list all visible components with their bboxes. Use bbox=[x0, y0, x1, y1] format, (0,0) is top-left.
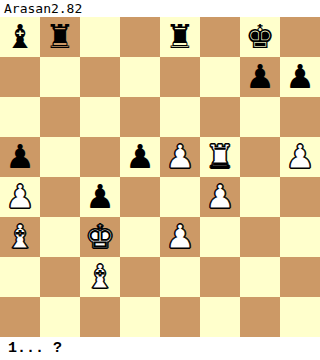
square-e4[interactable] bbox=[160, 177, 200, 217]
chess-board: ♝♜♜♚♟♟♟♟♟♜♟♟♟♟♝♚♟♝ bbox=[0, 17, 320, 337]
square-c8[interactable] bbox=[80, 17, 120, 57]
square-c7[interactable] bbox=[80, 57, 120, 97]
piece-black-rook-e8[interactable]: ♜ bbox=[165, 17, 195, 57]
square-f6[interactable] bbox=[200, 97, 240, 137]
square-c1[interactable] bbox=[80, 297, 120, 337]
square-f7[interactable] bbox=[200, 57, 240, 97]
square-a6[interactable] bbox=[0, 97, 40, 137]
square-c3[interactable]: ♚ bbox=[80, 217, 120, 257]
square-h7[interactable]: ♟ bbox=[280, 57, 320, 97]
square-f4[interactable]: ♟ bbox=[200, 177, 240, 217]
piece-white-pawn-e3[interactable]: ♟ bbox=[165, 217, 195, 257]
square-g6[interactable] bbox=[240, 97, 280, 137]
piece-white-pawn-e5[interactable]: ♟ bbox=[165, 137, 195, 177]
piece-white-rook-f5[interactable]: ♜ bbox=[205, 137, 235, 177]
square-g8[interactable]: ♚ bbox=[240, 17, 280, 57]
square-e2[interactable] bbox=[160, 257, 200, 297]
piece-black-bishop-a8[interactable]: ♝ bbox=[5, 17, 35, 57]
square-b4[interactable] bbox=[40, 177, 80, 217]
piece-black-rook-b8[interactable]: ♜ bbox=[45, 17, 75, 57]
square-b2[interactable] bbox=[40, 257, 80, 297]
square-e1[interactable] bbox=[160, 297, 200, 337]
square-e8[interactable]: ♜ bbox=[160, 17, 200, 57]
square-f5[interactable]: ♜ bbox=[200, 137, 240, 177]
square-b8[interactable]: ♜ bbox=[40, 17, 80, 57]
piece-black-pawn-g7[interactable]: ♟ bbox=[245, 57, 275, 97]
square-f8[interactable] bbox=[200, 17, 240, 57]
piece-white-bishop-c2[interactable]: ♝ bbox=[85, 257, 115, 297]
square-d4[interactable] bbox=[120, 177, 160, 217]
square-a3[interactable]: ♝ bbox=[0, 217, 40, 257]
square-a2[interactable] bbox=[0, 257, 40, 297]
square-c5[interactable] bbox=[80, 137, 120, 177]
square-h4[interactable] bbox=[280, 177, 320, 217]
square-g5[interactable] bbox=[240, 137, 280, 177]
square-g1[interactable] bbox=[240, 297, 280, 337]
square-e3[interactable]: ♟ bbox=[160, 217, 200, 257]
status-bar: 1... ? bbox=[0, 337, 320, 360]
square-c2[interactable]: ♝ bbox=[80, 257, 120, 297]
piece-white-king-c3[interactable]: ♚ bbox=[85, 217, 115, 257]
piece-black-pawn-d5[interactable]: ♟ bbox=[125, 137, 155, 177]
piece-black-pawn-a5[interactable]: ♟ bbox=[5, 137, 35, 177]
square-g2[interactable] bbox=[240, 257, 280, 297]
square-h8[interactable] bbox=[280, 17, 320, 57]
square-a5[interactable]: ♟ bbox=[0, 137, 40, 177]
piece-white-pawn-f4[interactable]: ♟ bbox=[205, 177, 235, 217]
square-d7[interactable] bbox=[120, 57, 160, 97]
square-b6[interactable] bbox=[40, 97, 80, 137]
app-title: Arasan2.82 bbox=[0, 0, 82, 17]
move-prompt: 1... ? bbox=[0, 340, 62, 357]
square-e6[interactable] bbox=[160, 97, 200, 137]
piece-black-pawn-h7[interactable]: ♟ bbox=[285, 57, 315, 97]
square-b1[interactable] bbox=[40, 297, 80, 337]
piece-black-pawn-c4[interactable]: ♟ bbox=[85, 177, 115, 217]
square-h6[interactable] bbox=[280, 97, 320, 137]
square-h3[interactable] bbox=[280, 217, 320, 257]
square-d3[interactable] bbox=[120, 217, 160, 257]
piece-black-king-g8[interactable]: ♚ bbox=[245, 17, 275, 57]
square-h1[interactable] bbox=[280, 297, 320, 337]
square-d5[interactable]: ♟ bbox=[120, 137, 160, 177]
square-f1[interactable] bbox=[200, 297, 240, 337]
square-h2[interactable] bbox=[280, 257, 320, 297]
square-c4[interactable]: ♟ bbox=[80, 177, 120, 217]
square-d6[interactable] bbox=[120, 97, 160, 137]
square-b3[interactable] bbox=[40, 217, 80, 257]
square-g3[interactable] bbox=[240, 217, 280, 257]
square-a8[interactable]: ♝ bbox=[0, 17, 40, 57]
square-e5[interactable]: ♟ bbox=[160, 137, 200, 177]
square-h5[interactable]: ♟ bbox=[280, 137, 320, 177]
piece-white-pawn-h5[interactable]: ♟ bbox=[285, 137, 315, 177]
square-b5[interactable] bbox=[40, 137, 80, 177]
square-g7[interactable]: ♟ bbox=[240, 57, 280, 97]
square-b7[interactable] bbox=[40, 57, 80, 97]
square-e7[interactable] bbox=[160, 57, 200, 97]
square-d2[interactable] bbox=[120, 257, 160, 297]
square-a4[interactable]: ♟ bbox=[0, 177, 40, 217]
title-bar: Arasan2.82 bbox=[0, 0, 320, 17]
square-g4[interactable] bbox=[240, 177, 280, 217]
arasan-window: Arasan2.82 ♝♜♜♚♟♟♟♟♟♜♟♟♟♟♝♚♟♝ 1... ? bbox=[0, 0, 320, 360]
square-f3[interactable] bbox=[200, 217, 240, 257]
square-f2[interactable] bbox=[200, 257, 240, 297]
piece-white-bishop-a3[interactable]: ♝ bbox=[5, 217, 35, 257]
square-d8[interactable] bbox=[120, 17, 160, 57]
piece-white-pawn-a4[interactable]: ♟ bbox=[5, 177, 35, 217]
square-d1[interactable] bbox=[120, 297, 160, 337]
square-a1[interactable] bbox=[0, 297, 40, 337]
square-c6[interactable] bbox=[80, 97, 120, 137]
square-a7[interactable] bbox=[0, 57, 40, 97]
